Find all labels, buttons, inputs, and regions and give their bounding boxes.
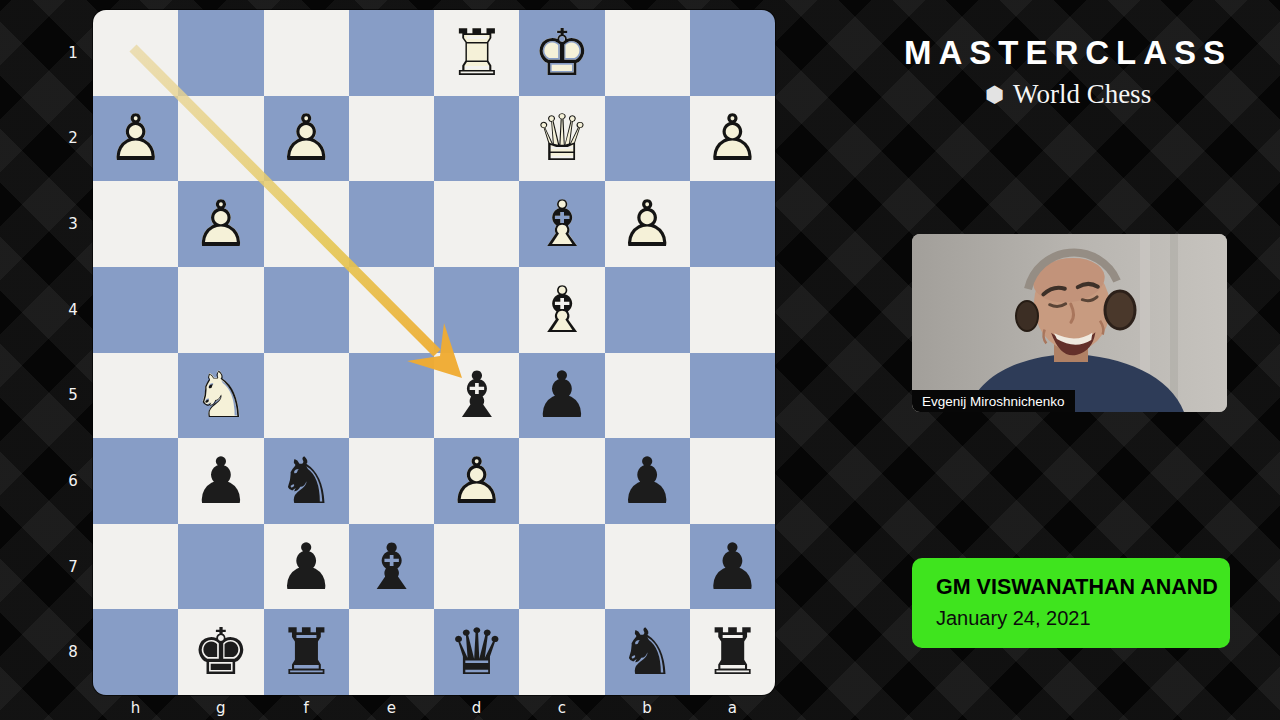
square-f6[interactable]: ♞ [264, 438, 349, 524]
rank-label-3: 3 [58, 181, 88, 267]
file-label-g: g [178, 695, 263, 720]
square-g8[interactable]: ♚ [178, 609, 263, 695]
square-g5[interactable]: ♞♘ [178, 353, 263, 439]
square-b2[interactable] [605, 96, 690, 182]
square-g4[interactable] [178, 267, 263, 353]
file-label-c: c [519, 695, 604, 720]
square-f5[interactable] [264, 353, 349, 439]
square-d1[interactable]: ♜♖ [434, 10, 519, 96]
square-c3[interactable]: ♝♗ [519, 181, 604, 267]
square-b8[interactable]: ♞ [605, 609, 690, 695]
black-knight[interactable]: ♞ [618, 620, 675, 684]
video-caption-bar: Evgenij Miroshnichenko [912, 390, 1075, 412]
event-date: January 24, 2021 [936, 607, 1220, 630]
square-a5[interactable] [690, 353, 775, 439]
square-d7[interactable] [434, 524, 519, 610]
square-e8[interactable] [349, 609, 434, 695]
chess-board: ♜♖♚♔♟♙♟♙♛♕♟♙♟♙♝♗♟♙♝♗♞♘♝♟♟♞♟♙♟♟♝♟♚♜♛♞♜ [93, 10, 775, 695]
square-b3[interactable]: ♟♙ [605, 181, 690, 267]
square-d5[interactable]: ♝ [434, 353, 519, 439]
white-king[interactable]: ♚♔ [533, 21, 590, 85]
presenter-illustration [912, 234, 1227, 412]
black-bishop[interactable]: ♝ [448, 363, 505, 427]
square-d4[interactable] [434, 267, 519, 353]
black-queen[interactable]: ♛ [448, 620, 505, 684]
white-pawn[interactable]: ♟♙ [277, 106, 334, 170]
square-c1[interactable]: ♚♔ [519, 10, 604, 96]
white-pawn[interactable]: ♟♙ [192, 192, 249, 256]
square-c4[interactable]: ♝♗ [519, 267, 604, 353]
black-pawn[interactable]: ♟ [618, 449, 675, 513]
square-c7[interactable] [519, 524, 604, 610]
rank-label-1: 1 [58, 10, 88, 96]
presenter-name: Evgenij Miroshnichenko [922, 394, 1065, 409]
square-f3[interactable] [264, 181, 349, 267]
black-knight[interactable]: ♞ [277, 449, 334, 513]
square-e2[interactable] [349, 96, 434, 182]
square-c2[interactable]: ♛♕ [519, 96, 604, 182]
white-queen[interactable]: ♛♕ [533, 106, 590, 170]
square-b6[interactable]: ♟ [605, 438, 690, 524]
square-c5[interactable]: ♟ [519, 353, 604, 439]
square-b1[interactable] [605, 10, 690, 96]
rank-label-5: 5 [58, 353, 88, 439]
square-f4[interactable] [264, 267, 349, 353]
square-g6[interactable]: ♟ [178, 438, 263, 524]
white-pawn[interactable]: ♟♙ [704, 106, 761, 170]
square-b4[interactable] [605, 267, 690, 353]
square-h3[interactable] [93, 181, 178, 267]
square-e6[interactable] [349, 438, 434, 524]
square-a2[interactable]: ♟♙ [690, 96, 775, 182]
masterclass-logo: MASTERCLASS ⬢ World Chess [900, 34, 1236, 110]
square-e4[interactable] [349, 267, 434, 353]
white-pawn[interactable]: ♟♙ [107, 106, 164, 170]
square-d3[interactable] [434, 181, 519, 267]
square-a7[interactable]: ♟ [690, 524, 775, 610]
event-banner: GM VISWANATHAN ANAND January 24, 2021 [912, 558, 1230, 648]
square-a1[interactable] [690, 10, 775, 96]
square-h2[interactable]: ♟♙ [93, 96, 178, 182]
square-h6[interactable] [93, 438, 178, 524]
square-a3[interactable] [690, 181, 775, 267]
file-labels: hgfedcba [93, 695, 775, 720]
square-c6[interactable] [519, 438, 604, 524]
file-label-h: h [93, 695, 178, 720]
square-a4[interactable] [690, 267, 775, 353]
square-g3[interactable]: ♟♙ [178, 181, 263, 267]
video-feed: Evgenij Miroshnichenko [912, 234, 1227, 412]
square-d8[interactable]: ♛ [434, 609, 519, 695]
black-rook[interactable]: ♜ [704, 620, 761, 684]
square-c8[interactable] [519, 609, 604, 695]
square-f8[interactable]: ♜ [264, 609, 349, 695]
square-e7[interactable]: ♝ [349, 524, 434, 610]
rank-label-2: 2 [58, 96, 88, 182]
white-rook[interactable]: ♜♖ [448, 21, 505, 85]
black-pawn[interactable]: ♟ [533, 363, 590, 427]
square-g7[interactable] [178, 524, 263, 610]
white-pawn[interactable]: ♟♙ [448, 449, 505, 513]
rank-labels: 12345678 [58, 10, 88, 695]
square-h1[interactable] [93, 10, 178, 96]
file-label-d: d [434, 695, 519, 720]
square-f1[interactable] [264, 10, 349, 96]
square-a6[interactable] [690, 438, 775, 524]
file-label-a: a [690, 695, 775, 720]
square-f7[interactable]: ♟ [264, 524, 349, 610]
white-knight[interactable]: ♞♘ [192, 363, 249, 427]
white-pawn[interactable]: ♟♙ [618, 192, 675, 256]
black-bishop[interactable]: ♝ [363, 535, 420, 599]
square-a8[interactable]: ♜ [690, 609, 775, 695]
square-e5[interactable] [349, 353, 434, 439]
black-pawn[interactable]: ♟ [704, 535, 761, 599]
square-h4[interactable] [93, 267, 178, 353]
file-label-e: e [349, 695, 434, 720]
square-b5[interactable] [605, 353, 690, 439]
file-label-f: f [264, 695, 349, 720]
black-pawn[interactable]: ♟ [277, 535, 334, 599]
white-bishop[interactable]: ♝♗ [533, 192, 590, 256]
white-bishop[interactable]: ♝♗ [533, 278, 590, 342]
rank-label-4: 4 [58, 267, 88, 353]
square-e1[interactable] [349, 10, 434, 96]
square-d2[interactable] [434, 96, 519, 182]
rank-label-7: 7 [58, 524, 88, 610]
black-king[interactable]: ♚ [192, 620, 249, 684]
world-chess-label: World Chess [1013, 79, 1151, 110]
file-label-b: b [605, 695, 690, 720]
black-pawn[interactable]: ♟ [192, 449, 249, 513]
square-h5[interactable] [93, 353, 178, 439]
square-g1[interactable] [178, 10, 263, 96]
square-f2[interactable]: ♟♙ [264, 96, 349, 182]
square-h7[interactable] [93, 524, 178, 610]
square-h8[interactable] [93, 609, 178, 695]
black-rook[interactable]: ♜ [277, 620, 334, 684]
player-name: GM VISWANATHAN ANAND [936, 575, 1220, 600]
square-b7[interactable] [605, 524, 690, 610]
masterclass-wordmark: MASTERCLASS [900, 34, 1236, 72]
square-d6[interactable]: ♟♙ [434, 438, 519, 524]
rank-label-8: 8 [58, 609, 88, 695]
world-chess-hexagon-icon: ⬢ [985, 84, 1004, 106]
square-g2[interactable] [178, 96, 263, 182]
rank-label-6: 6 [58, 438, 88, 524]
masterclass-broadcast-frame: 12345678 ♜♖♚♔♟♙♟♙♛♕♟♙♟♙♝♗♟♙♝♗♞♘♝♟♟♞♟♙♟♟♝… [0, 0, 1280, 720]
square-e3[interactable] [349, 181, 434, 267]
